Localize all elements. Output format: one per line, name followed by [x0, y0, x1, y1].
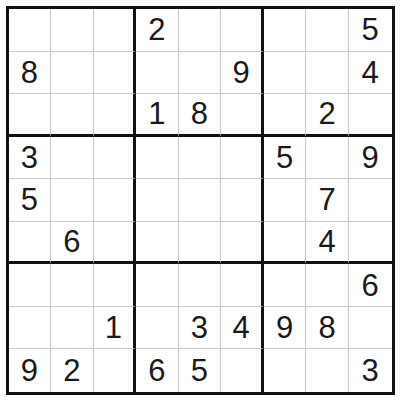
sudoku-cell-r9c9: 3 — [349, 349, 392, 392]
sudoku-cell-r5c1: 5 — [9, 179, 52, 222]
sudoku-cell-r9c1: 9 — [9, 349, 52, 392]
sudoku-cell-r6c1[interactable] — [9, 222, 52, 265]
sudoku-cell-r1c2[interactable] — [51, 9, 94, 52]
sudoku-cell-r4c8[interactable] — [306, 137, 349, 180]
sudoku-cell-r3c2[interactable] — [51, 94, 94, 137]
sudoku-cell-r8c2[interactable] — [51, 307, 94, 350]
sudoku-cell-r6c3[interactable] — [94, 222, 137, 265]
sudoku-cell-r2c2[interactable] — [51, 52, 94, 95]
sudoku-cell-r7c5[interactable] — [179, 264, 222, 307]
sudoku-cell-r3c1[interactable] — [9, 94, 52, 137]
sudoku-cell-r6c7[interactable] — [264, 222, 307, 265]
sudoku-cell-r4c3[interactable] — [94, 137, 137, 180]
sudoku-cell-r2c7[interactable] — [264, 52, 307, 95]
sudoku-cell-r9c7[interactable] — [264, 349, 307, 392]
sudoku-cell-r3c7[interactable] — [264, 94, 307, 137]
sudoku-cell-r2c6: 9 — [221, 52, 264, 95]
sudoku-cell-r4c2[interactable] — [51, 137, 94, 180]
sudoku-cell-r2c8[interactable] — [306, 52, 349, 95]
sudoku-cell-r4c9: 9 — [349, 137, 392, 180]
sudoku-board: 25894182359576461349892653 — [6, 6, 395, 395]
sudoku-cell-r9c4: 6 — [136, 349, 179, 392]
sudoku-cell-r1c7[interactable] — [264, 9, 307, 52]
sudoku-cell-r7c1[interactable] — [9, 264, 52, 307]
sudoku-cell-r5c8: 7 — [306, 179, 349, 222]
sudoku-cell-r4c6[interactable] — [221, 137, 264, 180]
sudoku-cell-r8c4[interactable] — [136, 307, 179, 350]
sudoku-cell-r6c4[interactable] — [136, 222, 179, 265]
sudoku-cell-r3c9[interactable] — [349, 94, 392, 137]
sudoku-cell-r5c6[interactable] — [221, 179, 264, 222]
sudoku-cell-r9c6[interactable] — [221, 349, 264, 392]
sudoku-cell-r8c1[interactable] — [9, 307, 52, 350]
sudoku-cell-r7c6[interactable] — [221, 264, 264, 307]
sudoku-cell-r7c7[interactable] — [264, 264, 307, 307]
sudoku-cell-r7c2[interactable] — [51, 264, 94, 307]
sudoku-cell-r5c4[interactable] — [136, 179, 179, 222]
sudoku-cell-r9c3[interactable] — [94, 349, 137, 392]
sudoku-cell-r3c4: 1 — [136, 94, 179, 137]
sudoku-cell-r4c1: 3 — [9, 137, 52, 180]
sudoku-cell-r1c5[interactable] — [179, 9, 222, 52]
sudoku-cell-r3c5: 8 — [179, 94, 222, 137]
sudoku-cell-r1c3[interactable] — [94, 9, 137, 52]
sudoku-cell-r8c9[interactable] — [349, 307, 392, 350]
sudoku-cell-r3c6[interactable] — [221, 94, 264, 137]
sudoku-cell-r5c5[interactable] — [179, 179, 222, 222]
sudoku-cell-r6c9[interactable] — [349, 222, 392, 265]
sudoku-cell-r8c5: 3 — [179, 307, 222, 350]
sudoku-cell-r5c9[interactable] — [349, 179, 392, 222]
sudoku-cell-r4c5[interactable] — [179, 137, 222, 180]
sudoku-cell-r6c2: 6 — [51, 222, 94, 265]
sudoku-cell-r6c8: 4 — [306, 222, 349, 265]
sudoku-cell-r1c1[interactable] — [9, 9, 52, 52]
sudoku-cell-r5c2[interactable] — [51, 179, 94, 222]
sudoku-cell-r8c3: 1 — [94, 307, 137, 350]
sudoku-cell-r5c3[interactable] — [94, 179, 137, 222]
sudoku-cell-r2c3[interactable] — [94, 52, 137, 95]
sudoku-cell-r2c5[interactable] — [179, 52, 222, 95]
sudoku-cell-r4c7: 5 — [264, 137, 307, 180]
sudoku-cell-r1c6[interactable] — [221, 9, 264, 52]
sudoku-cell-r4c4[interactable] — [136, 137, 179, 180]
sudoku-cell-r7c4[interactable] — [136, 264, 179, 307]
sudoku-cell-r8c6: 4 — [221, 307, 264, 350]
sudoku-cell-r9c2: 2 — [51, 349, 94, 392]
sudoku-cell-r7c3[interactable] — [94, 264, 137, 307]
sudoku-cell-r9c5: 5 — [179, 349, 222, 392]
sudoku-cell-r6c5[interactable] — [179, 222, 222, 265]
sudoku-cell-r2c4[interactable] — [136, 52, 179, 95]
sudoku-cell-r2c1: 8 — [9, 52, 52, 95]
sudoku-cell-r1c4: 2 — [136, 9, 179, 52]
sudoku-cell-r8c8: 8 — [306, 307, 349, 350]
sudoku-cell-r1c8[interactable] — [306, 9, 349, 52]
sudoku-cell-r1c9: 5 — [349, 9, 392, 52]
sudoku-cell-r6c6[interactable] — [221, 222, 264, 265]
sudoku-cell-r3c3[interactable] — [94, 94, 137, 137]
sudoku-cell-r2c9: 4 — [349, 52, 392, 95]
sudoku-cell-r7c9: 6 — [349, 264, 392, 307]
sudoku-cell-r5c7[interactable] — [264, 179, 307, 222]
sudoku-cell-r9c8[interactable] — [306, 349, 349, 392]
sudoku-cell-r7c8[interactable] — [306, 264, 349, 307]
sudoku-page: 25894182359576461349892653 — [0, 0, 400, 401]
sudoku-cell-r8c7: 9 — [264, 307, 307, 350]
sudoku-cell-r3c8: 2 — [306, 94, 349, 137]
